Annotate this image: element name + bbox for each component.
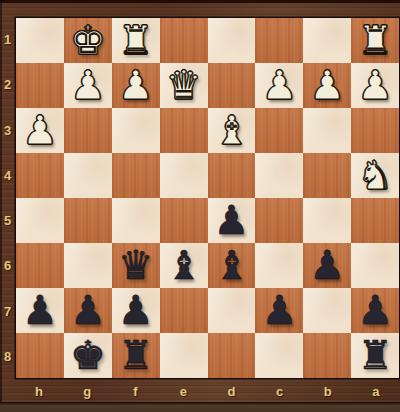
square-b4[interactable] [303, 153, 351, 198]
rank-labels: 12345678 [0, 17, 15, 379]
square-a4[interactable]: ♞ [351, 153, 399, 198]
square-a2[interactable]: ♟ [351, 63, 399, 108]
square-h5[interactable] [16, 198, 64, 243]
piece-white-pawn[interactable]: ♟ [118, 65, 154, 105]
piece-white-king[interactable]: ♚ [70, 20, 106, 60]
square-c4[interactable] [255, 153, 303, 198]
square-g6[interactable] [64, 243, 112, 288]
square-g1[interactable]: ♚ [64, 18, 112, 63]
square-h1[interactable] [16, 18, 64, 63]
piece-white-pawn[interactable]: ♟ [261, 65, 297, 105]
square-d1[interactable] [208, 18, 256, 63]
square-d6[interactable]: ♝ [208, 243, 256, 288]
square-b3[interactable] [303, 108, 351, 153]
piece-white-pawn[interactable]: ♟ [309, 65, 345, 105]
piece-black-king[interactable]: ♚ [70, 335, 106, 375]
piece-white-bishop[interactable]: ♝ [214, 110, 250, 150]
square-c8[interactable] [255, 333, 303, 378]
piece-white-pawn[interactable]: ♟ [22, 110, 58, 150]
piece-black-pawn[interactable]: ♟ [22, 290, 58, 330]
square-e6[interactable]: ♝ [160, 243, 208, 288]
rank-label-3: 3 [0, 108, 15, 153]
piece-white-pawn[interactable]: ♟ [357, 65, 393, 105]
square-h8[interactable] [16, 333, 64, 378]
file-label-b: b [304, 379, 352, 403]
chess-board: ♚♜♜♟♟♛♟♟♟♟♝♞♟♛♝♝♟♟♟♟♟♟♚♜♜ [15, 17, 400, 379]
piece-white-queen[interactable]: ♛ [166, 65, 202, 105]
square-e2[interactable]: ♛ [160, 63, 208, 108]
piece-black-pawn[interactable]: ♟ [261, 290, 297, 330]
square-h7[interactable]: ♟ [16, 288, 64, 333]
square-f8[interactable]: ♜ [112, 333, 160, 378]
frame-top-edge [0, 0, 400, 3]
square-a5[interactable] [351, 198, 399, 243]
piece-black-rook[interactable]: ♜ [118, 335, 154, 375]
file-label-e: e [159, 379, 207, 403]
piece-black-rook[interactable]: ♜ [357, 335, 393, 375]
square-h3[interactable]: ♟ [16, 108, 64, 153]
square-g7[interactable]: ♟ [64, 288, 112, 333]
rank-label-4: 4 [0, 153, 15, 198]
piece-black-queen[interactable]: ♛ [118, 245, 154, 285]
square-f3[interactable] [112, 108, 160, 153]
square-d4[interactable] [208, 153, 256, 198]
rank-label-2: 2 [0, 62, 15, 107]
square-d7[interactable] [208, 288, 256, 333]
square-a8[interactable]: ♜ [351, 333, 399, 378]
square-a3[interactable] [351, 108, 399, 153]
square-f7[interactable]: ♟ [112, 288, 160, 333]
piece-white-rook[interactable]: ♜ [357, 20, 393, 60]
square-c5[interactable] [255, 198, 303, 243]
square-h2[interactable] [16, 63, 64, 108]
square-d5[interactable]: ♟ [208, 198, 256, 243]
square-e3[interactable] [160, 108, 208, 153]
square-b8[interactable] [303, 333, 351, 378]
square-b2[interactable]: ♟ [303, 63, 351, 108]
square-e5[interactable] [160, 198, 208, 243]
piece-black-bishop[interactable]: ♝ [214, 245, 250, 285]
piece-white-knight[interactable]: ♞ [357, 155, 393, 195]
square-g8[interactable]: ♚ [64, 333, 112, 378]
square-d3[interactable]: ♝ [208, 108, 256, 153]
file-label-g: g [63, 379, 111, 403]
square-f1[interactable]: ♜ [112, 18, 160, 63]
square-h6[interactable] [16, 243, 64, 288]
frame-bottom-edge [0, 402, 400, 412]
square-a7[interactable]: ♟ [351, 288, 399, 333]
piece-black-pawn[interactable]: ♟ [214, 200, 250, 240]
chessboard-widget: 12345678 ♚♜♜♟♟♛♟♟♟♟♝♞♟♛♝♝♟♟♟♟♟♟♚♜♜ hgfed… [0, 0, 400, 412]
piece-black-pawn[interactable]: ♟ [70, 290, 106, 330]
file-label-c: c [256, 379, 304, 403]
square-f5[interactable] [112, 198, 160, 243]
file-label-h: h [15, 379, 63, 403]
square-g5[interactable] [64, 198, 112, 243]
square-h4[interactable] [16, 153, 64, 198]
square-b7[interactable] [303, 288, 351, 333]
square-b1[interactable] [303, 18, 351, 63]
piece-black-pawn[interactable]: ♟ [357, 290, 393, 330]
square-a1[interactable]: ♜ [351, 18, 399, 63]
square-c7[interactable]: ♟ [255, 288, 303, 333]
piece-black-pawn[interactable]: ♟ [309, 245, 345, 285]
square-f4[interactable] [112, 153, 160, 198]
square-e4[interactable] [160, 153, 208, 198]
square-g4[interactable] [64, 153, 112, 198]
square-f6[interactable]: ♛ [112, 243, 160, 288]
piece-white-rook[interactable]: ♜ [118, 20, 154, 60]
square-c1[interactable] [255, 18, 303, 63]
rank-label-8: 8 [0, 334, 15, 379]
square-c6[interactable] [255, 243, 303, 288]
file-label-f: f [111, 379, 159, 403]
square-e7[interactable] [160, 288, 208, 333]
file-label-d: d [208, 379, 256, 403]
square-e8[interactable] [160, 333, 208, 378]
square-a6[interactable] [351, 243, 399, 288]
square-d2[interactable] [208, 63, 256, 108]
square-f2[interactable]: ♟ [112, 63, 160, 108]
rank-label-1: 1 [0, 17, 15, 62]
piece-black-bishop[interactable]: ♝ [166, 245, 202, 285]
square-g2[interactable]: ♟ [64, 63, 112, 108]
rank-label-6: 6 [0, 243, 15, 288]
file-label-a: a [352, 379, 400, 403]
file-labels: hgfedcba [15, 379, 400, 403]
square-c3[interactable] [255, 108, 303, 153]
square-g3[interactable] [64, 108, 112, 153]
square-b5[interactable] [303, 198, 351, 243]
piece-white-pawn[interactable]: ♟ [70, 65, 106, 105]
rank-label-7: 7 [0, 289, 15, 334]
square-c2[interactable]: ♟ [255, 63, 303, 108]
square-d8[interactable] [208, 333, 256, 378]
rank-label-5: 5 [0, 198, 15, 243]
square-b6[interactable]: ♟ [303, 243, 351, 288]
piece-black-pawn[interactable]: ♟ [118, 290, 154, 330]
square-e1[interactable] [160, 18, 208, 63]
